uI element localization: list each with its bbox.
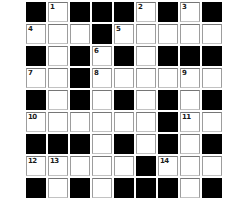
black-cell-r8c6 xyxy=(136,156,156,176)
cell-r5c6[interactable] xyxy=(136,90,156,110)
cell-r8c5[interactable] xyxy=(114,156,134,176)
black-cell-r7c2 xyxy=(48,134,68,154)
cell-r9c8[interactable] xyxy=(180,178,200,198)
cell-r5c8[interactable] xyxy=(180,90,200,110)
black-cell-r5c3 xyxy=(70,90,90,110)
cell-r4c8[interactable]: 9 xyxy=(180,68,200,88)
black-cell-r9c6 xyxy=(136,178,156,198)
cell-r3c2[interactable] xyxy=(48,46,68,66)
black-cell-r2c4 xyxy=(92,24,112,44)
cell-r8c9[interactable] xyxy=(202,156,222,176)
cell-r1c6[interactable]: 2 xyxy=(136,2,156,22)
cell-r8c8[interactable] xyxy=(180,156,200,176)
cell-r6c2[interactable] xyxy=(48,112,68,132)
black-cell-r3c8 xyxy=(180,46,200,66)
black-cell-r5c7 xyxy=(158,90,178,110)
cell-r9c4[interactable] xyxy=(92,178,112,198)
clue-number-3: 3 xyxy=(182,3,186,11)
black-cell-r1c9 xyxy=(202,2,222,22)
black-cell-r7c1 xyxy=(26,134,46,154)
cell-r2c7[interactable] xyxy=(158,24,178,44)
black-cell-r6c7 xyxy=(158,112,178,132)
clue-number-7: 7 xyxy=(28,69,32,77)
cell-r4c7[interactable] xyxy=(158,68,178,88)
cell-r2c2[interactable] xyxy=(48,24,68,44)
clue-number-1: 1 xyxy=(50,3,54,11)
crossword-page: 1234567891011121314 xyxy=(0,0,247,198)
black-cell-r5c1 xyxy=(26,90,46,110)
black-cell-r9c3 xyxy=(70,178,90,198)
cell-r9c2[interactable] xyxy=(48,178,68,198)
clue-number-2: 2 xyxy=(138,3,142,11)
cell-r6c1[interactable]: 10 xyxy=(26,112,46,132)
cell-r6c6[interactable] xyxy=(136,112,156,132)
cell-r3c4[interactable]: 6 xyxy=(92,46,112,66)
clue-number-12: 12 xyxy=(28,157,37,165)
clue-number-8: 8 xyxy=(94,69,98,77)
cell-r2c1[interactable]: 4 xyxy=(26,24,46,44)
black-cell-r1c4 xyxy=(92,2,112,22)
cell-r7c4[interactable] xyxy=(92,134,112,154)
black-cell-r9c9 xyxy=(202,178,222,198)
cell-r8c3[interactable] xyxy=(70,156,90,176)
clue-number-5: 5 xyxy=(116,25,120,33)
cell-r2c5[interactable]: 5 xyxy=(114,24,134,44)
black-cell-r3c5 xyxy=(114,46,134,66)
cell-r7c8[interactable] xyxy=(180,134,200,154)
clue-number-11: 11 xyxy=(182,113,191,121)
black-cell-r9c7 xyxy=(158,178,178,198)
cell-r2c8[interactable] xyxy=(180,24,200,44)
cell-r6c3[interactable] xyxy=(70,112,90,132)
black-cell-r1c3 xyxy=(70,2,90,22)
cell-r5c2[interactable] xyxy=(48,90,68,110)
clue-number-13: 13 xyxy=(50,157,59,165)
cell-r3c6[interactable] xyxy=(136,46,156,66)
clue-number-6: 6 xyxy=(94,47,98,55)
black-cell-r3c9 xyxy=(202,46,222,66)
cell-r8c2[interactable]: 13 xyxy=(48,156,68,176)
clue-number-10: 10 xyxy=(28,113,37,121)
black-cell-r1c5 xyxy=(114,2,134,22)
crossword-grid: 1234567891011121314 xyxy=(26,2,222,198)
black-cell-r1c1 xyxy=(26,2,46,22)
cell-r6c4[interactable] xyxy=(92,112,112,132)
cell-r4c1[interactable]: 7 xyxy=(26,68,46,88)
cell-r1c2[interactable]: 1 xyxy=(48,2,68,22)
black-cell-r7c5 xyxy=(114,134,134,154)
cell-r4c4[interactable]: 8 xyxy=(92,68,112,88)
black-cell-r3c7 xyxy=(158,46,178,66)
black-cell-r1c7 xyxy=(158,2,178,22)
cell-r6c8[interactable]: 11 xyxy=(180,112,200,132)
clue-number-14: 14 xyxy=(160,157,169,165)
black-cell-r9c1 xyxy=(26,178,46,198)
cell-r5c4[interactable] xyxy=(92,90,112,110)
cell-r2c9[interactable] xyxy=(202,24,222,44)
cell-r4c5[interactable] xyxy=(114,68,134,88)
black-cell-r4c3 xyxy=(70,68,90,88)
cell-r6c9[interactable] xyxy=(202,112,222,132)
cell-r4c9[interactable] xyxy=(202,68,222,88)
black-cell-r7c3 xyxy=(70,134,90,154)
cell-r8c7[interactable]: 14 xyxy=(158,156,178,176)
black-cell-r9c5 xyxy=(114,178,134,198)
cell-r1c8[interactable]: 3 xyxy=(180,2,200,22)
cell-r2c3[interactable] xyxy=(70,24,90,44)
clue-number-4: 4 xyxy=(28,25,32,33)
cell-r8c4[interactable] xyxy=(92,156,112,176)
black-cell-r7c9 xyxy=(202,134,222,154)
cell-r7c6[interactable] xyxy=(136,134,156,154)
black-cell-r5c9 xyxy=(202,90,222,110)
cell-r4c2[interactable] xyxy=(48,68,68,88)
clue-number-9: 9 xyxy=(182,69,186,77)
cell-r6c5[interactable] xyxy=(114,112,134,132)
cell-r4c6[interactable] xyxy=(136,68,156,88)
black-cell-r3c1 xyxy=(26,46,46,66)
cell-r8c1[interactable]: 12 xyxy=(26,156,46,176)
cell-r2c6[interactable] xyxy=(136,24,156,44)
black-cell-r5c5 xyxy=(114,90,134,110)
black-cell-r3c3 xyxy=(70,46,90,66)
black-cell-r7c7 xyxy=(158,134,178,154)
